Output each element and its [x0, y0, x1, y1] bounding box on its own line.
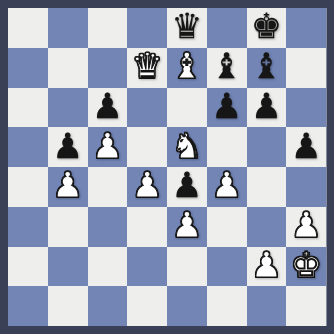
square-c3[interactable] — [88, 207, 128, 247]
white-pawn: ♟ — [131, 168, 162, 203]
white-queen: ♛ — [131, 49, 162, 84]
square-c4[interactable] — [88, 167, 128, 207]
square-e1[interactable] — [167, 286, 207, 326]
square-f5[interactable] — [207, 127, 247, 167]
square-a7[interactable] — [8, 48, 48, 88]
square-g3[interactable] — [247, 207, 287, 247]
square-a3[interactable] — [8, 207, 48, 247]
square-a4[interactable] — [8, 167, 48, 207]
square-d6[interactable] — [127, 88, 167, 128]
square-f7[interactable]: ♝ — [207, 48, 247, 88]
white-pawn: ♟ — [251, 248, 282, 283]
square-f1[interactable] — [207, 286, 247, 326]
square-a8[interactable] — [8, 8, 48, 48]
square-f2[interactable] — [207, 247, 247, 287]
square-c6[interactable]: ♟ — [88, 88, 128, 128]
square-e8[interactable]: ♛ — [167, 8, 207, 48]
square-h2[interactable]: ♚ — [286, 247, 326, 287]
square-g2[interactable]: ♟ — [247, 247, 287, 287]
square-e2[interactable] — [167, 247, 207, 287]
square-h4[interactable] — [286, 167, 326, 207]
square-b8[interactable] — [48, 8, 88, 48]
black-pawn: ♟ — [171, 168, 202, 203]
square-b5[interactable]: ♟ — [48, 127, 88, 167]
black-pawn: ♟ — [290, 129, 321, 164]
square-d1[interactable] — [127, 286, 167, 326]
square-c7[interactable] — [88, 48, 128, 88]
black-bishop: ♝ — [211, 49, 242, 84]
square-d5[interactable] — [127, 127, 167, 167]
chess-board: ♛♚♛♝♝♝♟♟♟♟♟♞♟♟♟♟♟♟♟♟♚ — [8, 8, 326, 326]
square-f3[interactable] — [207, 207, 247, 247]
square-f6[interactable]: ♟ — [207, 88, 247, 128]
square-h1[interactable] — [286, 286, 326, 326]
square-e3[interactable]: ♟ — [167, 207, 207, 247]
square-d3[interactable] — [127, 207, 167, 247]
square-h6[interactable] — [286, 88, 326, 128]
square-d2[interactable] — [127, 247, 167, 287]
square-d8[interactable] — [127, 8, 167, 48]
square-a5[interactable] — [8, 127, 48, 167]
square-g5[interactable] — [247, 127, 287, 167]
square-g7[interactable]: ♝ — [247, 48, 287, 88]
square-g8[interactable]: ♚ — [247, 8, 287, 48]
square-d7[interactable]: ♛ — [127, 48, 167, 88]
white-pawn: ♟ — [52, 168, 83, 203]
white-pawn: ♟ — [290, 208, 321, 243]
square-c5[interactable]: ♟ — [88, 127, 128, 167]
black-pawn: ♟ — [251, 89, 282, 124]
square-b1[interactable] — [48, 286, 88, 326]
black-pawn: ♟ — [211, 89, 242, 124]
black-pawn: ♟ — [92, 89, 123, 124]
black-pawn: ♟ — [52, 129, 83, 164]
square-h7[interactable] — [286, 48, 326, 88]
square-h3[interactable]: ♟ — [286, 207, 326, 247]
square-b3[interactable] — [48, 207, 88, 247]
black-bishop: ♝ — [251, 49, 282, 84]
square-g6[interactable]: ♟ — [247, 88, 287, 128]
square-g1[interactable] — [247, 286, 287, 326]
square-f4[interactable]: ♟ — [207, 167, 247, 207]
white-pawn: ♟ — [171, 208, 202, 243]
white-bishop: ♝ — [171, 49, 202, 84]
square-h8[interactable] — [286, 8, 326, 48]
square-a6[interactable] — [8, 88, 48, 128]
square-b4[interactable]: ♟ — [48, 167, 88, 207]
square-b7[interactable] — [48, 48, 88, 88]
white-knight: ♞ — [171, 129, 202, 164]
square-e6[interactable] — [167, 88, 207, 128]
board-frame: ♛♚♛♝♝♝♟♟♟♟♟♞♟♟♟♟♟♟♟♟♚ — [0, 0, 334, 334]
square-b2[interactable] — [48, 247, 88, 287]
square-d4[interactable]: ♟ — [127, 167, 167, 207]
square-a1[interactable] — [8, 286, 48, 326]
square-g4[interactable] — [247, 167, 287, 207]
black-king: ♚ — [251, 9, 282, 44]
square-a2[interactable] — [8, 247, 48, 287]
square-f8[interactable] — [207, 8, 247, 48]
white-king: ♚ — [290, 248, 321, 283]
square-h5[interactable]: ♟ — [286, 127, 326, 167]
square-c8[interactable] — [88, 8, 128, 48]
black-queen: ♛ — [171, 9, 202, 44]
square-e7[interactable]: ♝ — [167, 48, 207, 88]
square-e4[interactable]: ♟ — [167, 167, 207, 207]
white-pawn: ♟ — [92, 129, 123, 164]
white-pawn: ♟ — [211, 168, 242, 203]
square-b6[interactable] — [48, 88, 88, 128]
square-c2[interactable] — [88, 247, 128, 287]
square-e5[interactable]: ♞ — [167, 127, 207, 167]
square-c1[interactable] — [88, 286, 128, 326]
